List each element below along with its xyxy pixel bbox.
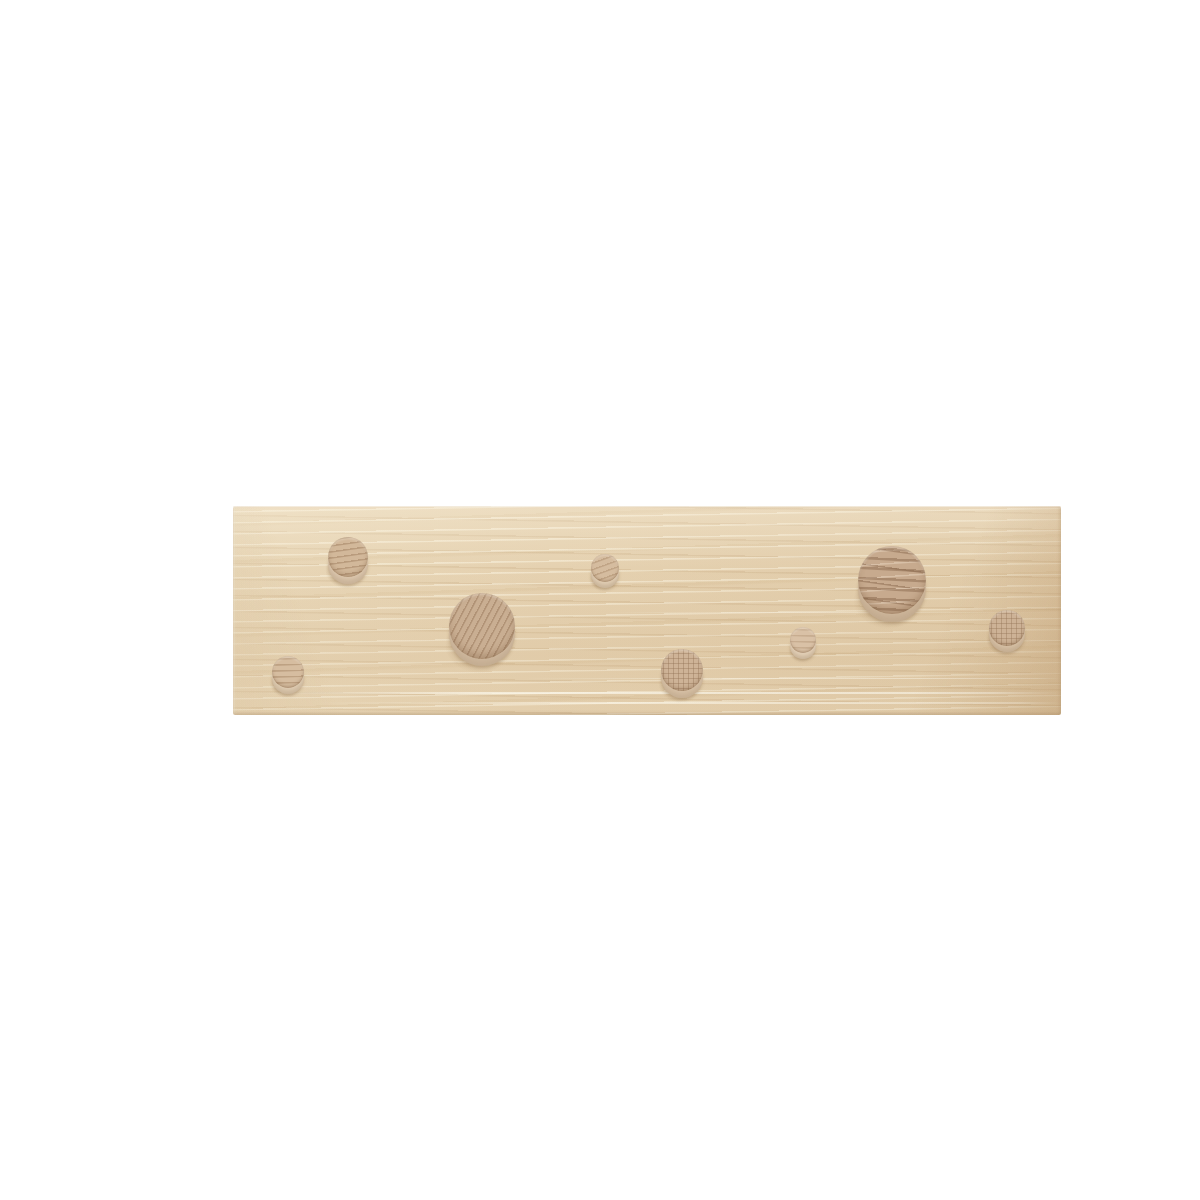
pegs-layer	[233, 506, 1061, 715]
coat-rack-board	[233, 506, 1061, 715]
peg-face	[989, 610, 1025, 646]
peg-face	[858, 546, 926, 614]
peg-face	[328, 537, 368, 577]
product-photo: Light oak wooden wall coat rack with eig…	[40, 16, 1200, 1200]
peg-face	[661, 649, 703, 691]
peg-face	[272, 656, 304, 688]
peg-face	[790, 627, 816, 653]
peg-face	[591, 554, 619, 582]
peg-face	[449, 593, 515, 659]
image-description: Light oak wooden wall coat rack with eig…	[40, 16, 41, 17]
